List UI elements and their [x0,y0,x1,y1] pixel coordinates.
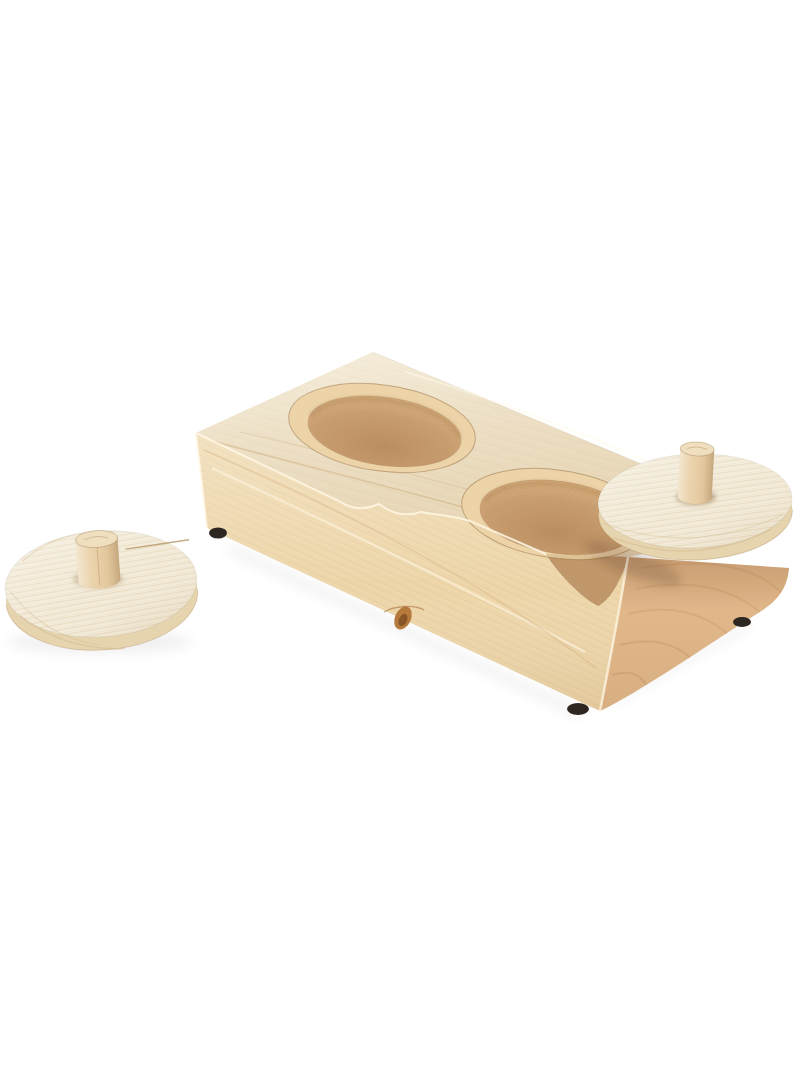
rubber-foot-right [733,617,751,627]
lid-right-knob [677,441,714,505]
toy-illustration [0,0,800,1067]
product-photo [0,0,800,1067]
lid-left-knob [75,529,121,590]
rubber-foot-front [567,703,589,715]
rubber-foot-left [209,528,227,539]
